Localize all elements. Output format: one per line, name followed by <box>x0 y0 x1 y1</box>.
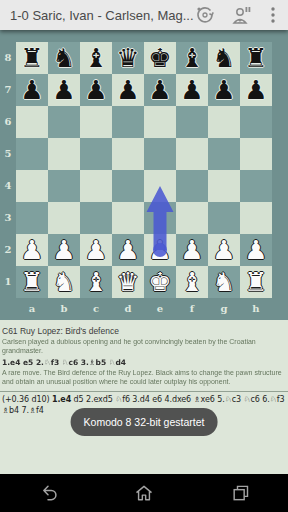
square-e2[interactable]: ♟ <box>144 234 176 266</box>
square-e6[interactable] <box>144 106 176 138</box>
piece-white-pawn[interactable]: ♟ <box>180 234 203 266</box>
square-h2[interactable]: ♟ <box>240 234 272 266</box>
comment-after-text: A rare move. The Bird defence of the Ruy… <box>2 369 286 386</box>
back-button[interactable] <box>18 474 78 512</box>
square-a3[interactable] <box>16 202 48 234</box>
rank-label-2: 2 <box>0 234 16 266</box>
analysis-divider <box>0 391 288 392</box>
square-a1[interactable]: ♜ <box>16 266 48 298</box>
piece-white-knight[interactable]: ♞ <box>212 266 235 298</box>
title-bar: 1-0 Saric, Ivan - Carlsen, Mag... <box>0 0 288 30</box>
piece-white-pawn[interactable]: ♟ <box>212 234 235 266</box>
piece-white-king[interactable]: ♚ <box>148 266 171 298</box>
file-label-h: h <box>240 300 272 318</box>
piece-black-pawn[interactable]: ♟ <box>116 74 139 106</box>
square-d8[interactable]: ♛ <box>112 42 144 74</box>
square-a4[interactable] <box>16 170 48 202</box>
square-f8[interactable]: ♝ <box>176 42 208 74</box>
square-h5[interactable] <box>240 138 272 170</box>
square-e7[interactable]: ♟ <box>144 74 176 106</box>
piece-black-queen[interactable]: ♛ <box>116 42 139 74</box>
piece-black-pawn[interactable]: ♟ <box>244 74 267 106</box>
engine-player-pause-icon[interactable] <box>230 4 252 26</box>
file-label-d: d <box>112 300 144 318</box>
android-nav-bar <box>0 474 288 512</box>
square-d5[interactable] <box>112 138 144 170</box>
piece-black-rook[interactable]: ♜ <box>244 42 267 74</box>
piece-black-pawn[interactable]: ♟ <box>52 74 75 106</box>
square-g4[interactable] <box>208 170 240 202</box>
engine-first-move: 1.e4 <box>52 395 71 404</box>
piece-black-bishop[interactable]: ♝ <box>84 42 107 74</box>
title-bar-actions <box>194 4 280 26</box>
analysis-panel: C61 Ruy Lopez: Bird's defence Carlsen pl… <box>0 320 288 474</box>
rank-label-6: 6 <box>0 106 16 138</box>
square-g8[interactable]: ♞ <box>208 42 240 74</box>
eco-opening-line: C61 Ruy Lopez: Bird's defence <box>2 326 286 336</box>
square-c8[interactable]: ♝ <box>80 42 112 74</box>
square-a7[interactable]: ♟ <box>16 74 48 106</box>
square-b6[interactable] <box>48 106 80 138</box>
square-a2[interactable]: ♟ <box>16 234 48 266</box>
main-move-list[interactable]: 1.e4 e5 2.♘f3 ♘c6 3.♗b5 ♘d4 <box>2 358 286 367</box>
square-b4[interactable] <box>48 170 80 202</box>
square-c6[interactable] <box>80 106 112 138</box>
square-f1[interactable]: ♝ <box>176 266 208 298</box>
square-a6[interactable] <box>16 106 48 138</box>
square-c7[interactable]: ♟ <box>80 74 112 106</box>
square-f7[interactable]: ♟ <box>176 74 208 106</box>
rank-label-8: 8 <box>0 42 16 74</box>
piece-black-rook[interactable]: ♜ <box>20 42 43 74</box>
square-d3[interactable] <box>112 202 144 234</box>
piece-white-pawn[interactable]: ♟ <box>84 234 107 266</box>
square-e1[interactable]: ♚ <box>144 266 176 298</box>
square-h6[interactable] <box>240 106 272 138</box>
piece-black-pawn[interactable]: ♟ <box>180 74 203 106</box>
square-f4[interactable] <box>176 170 208 202</box>
square-e5[interactable] <box>144 138 176 170</box>
square-c1[interactable]: ♝ <box>80 266 112 298</box>
engine-eval: (+0.36 d10) <box>2 395 49 404</box>
file-label-e: e <box>144 300 176 318</box>
square-h8[interactable]: ♜ <box>240 42 272 74</box>
rank-label-7: 7 <box>0 74 16 106</box>
square-d1[interactable]: ♛ <box>112 266 144 298</box>
square-g7[interactable]: ♟ <box>208 74 240 106</box>
square-c5[interactable] <box>80 138 112 170</box>
square-f6[interactable] <box>176 106 208 138</box>
square-f2[interactable]: ♟ <box>176 234 208 266</box>
home-button[interactable] <box>114 474 174 512</box>
piece-white-pawn[interactable]: ♟ <box>52 234 75 266</box>
piece-white-pawn[interactable]: ♟ <box>148 234 171 266</box>
back-icon <box>38 483 58 503</box>
piece-white-queen[interactable]: ♛ <box>116 266 139 298</box>
square-h1[interactable]: ♜ <box>240 266 272 298</box>
square-g1[interactable]: ♞ <box>208 266 240 298</box>
piece-white-pawn[interactable]: ♟ <box>20 234 43 266</box>
square-a5[interactable] <box>16 138 48 170</box>
recents-icon <box>230 483 250 503</box>
square-b2[interactable]: ♟ <box>48 234 80 266</box>
file-label-c: c <box>80 300 112 318</box>
square-d4[interactable] <box>112 170 144 202</box>
square-g5[interactable] <box>208 138 240 170</box>
piece-black-pawn[interactable]: ♟ <box>212 74 235 106</box>
home-icon <box>134 483 154 503</box>
piece-black-bishop[interactable]: ♝ <box>180 42 203 74</box>
chess-board-area: 87654321 ♜♞♝♛♚♝♞♜♟♟♟♟♟♟♟♟♟♟♟♟♟♟♟♟♜♞♝♛♚♝♞… <box>0 30 288 320</box>
rank-label-1: 1 <box>0 266 16 298</box>
piece-black-pawn[interactable]: ♟ <box>20 74 43 106</box>
square-b1[interactable]: ♞ <box>48 266 80 298</box>
square-d2[interactable]: ♟ <box>112 234 144 266</box>
piece-white-bishop[interactable]: ♝ <box>84 266 107 298</box>
square-g2[interactable]: ♟ <box>208 234 240 266</box>
square-e4[interactable] <box>144 170 176 202</box>
piece-black-pawn[interactable]: ♟ <box>148 74 171 106</box>
square-h4[interactable] <box>240 170 272 202</box>
square-g6[interactable] <box>208 106 240 138</box>
file-label-a: a <box>16 300 48 318</box>
overflow-menu-icon[interactable] <box>266 4 280 26</box>
rank-label-5: 5 <box>0 138 16 170</box>
chess-board: ♜♞♝♛♚♝♞♜♟♟♟♟♟♟♟♟♟♟♟♟♟♟♟♟♜♞♝♛♚♝♞♜ <box>16 42 272 298</box>
file-label-b: b <box>48 300 80 318</box>
game-result-title: 1-0 Saric, Ivan - Carlsen, Mag... <box>10 8 194 23</box>
piece-black-pawn[interactable]: ♟ <box>84 74 107 106</box>
square-d6[interactable] <box>112 106 144 138</box>
file-label-g: g <box>208 300 240 318</box>
square-e3[interactable] <box>144 202 176 234</box>
square-a8[interactable]: ♜ <box>16 42 48 74</box>
square-b3[interactable] <box>48 202 80 234</box>
square-b5[interactable] <box>48 138 80 170</box>
rank-label-4: 4 <box>0 170 16 202</box>
piece-black-king[interactable]: ♚ <box>148 42 171 74</box>
engine-restart-icon[interactable] <box>194 4 216 26</box>
square-h3[interactable] <box>240 202 272 234</box>
square-c4[interactable] <box>80 170 112 202</box>
square-c2[interactable]: ♟ <box>80 234 112 266</box>
square-b7[interactable]: ♟ <box>48 74 80 106</box>
square-e8[interactable]: ♚ <box>144 42 176 74</box>
square-b8[interactable]: ♞ <box>48 42 80 74</box>
app-screen: 1-0 Saric, Ivan - Carlsen, Mag... <box>0 0 288 512</box>
file-label-f: f <box>176 300 208 318</box>
recents-button[interactable] <box>210 474 270 512</box>
piece-white-bishop[interactable]: ♝ <box>180 266 203 298</box>
piece-white-pawn[interactable]: ♟ <box>116 234 139 266</box>
piece-white-rook[interactable]: ♜ <box>20 266 43 298</box>
square-c3[interactable] <box>80 202 112 234</box>
rank-labels: 87654321 <box>0 42 16 298</box>
square-d7[interactable]: ♟ <box>112 74 144 106</box>
comment-before-text: Carlsen played a dubious opening and he … <box>2 338 286 355</box>
toast-message: Komodo 8 32-bit gestartet <box>71 408 218 436</box>
piece-black-knight[interactable]: ♞ <box>52 42 75 74</box>
file-labels: abcdefgh <box>16 300 272 318</box>
square-f5[interactable] <box>176 138 208 170</box>
piece-white-pawn[interactable]: ♟ <box>244 234 267 266</box>
square-g3[interactable] <box>208 202 240 234</box>
piece-white-knight[interactable]: ♞ <box>52 266 75 298</box>
rank-label-3: 3 <box>0 202 16 234</box>
piece-black-knight[interactable]: ♞ <box>212 42 235 74</box>
piece-white-rook[interactable]: ♜ <box>244 266 267 298</box>
square-h7[interactable]: ♟ <box>240 74 272 106</box>
square-f3[interactable] <box>176 202 208 234</box>
